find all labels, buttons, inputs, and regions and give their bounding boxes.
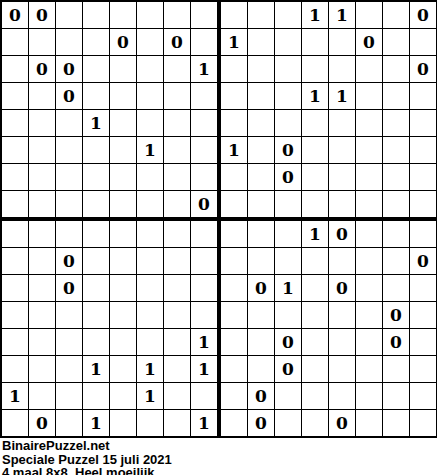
puzzle-page: 0011000100010011111000100000100100111011… — [0, 0, 437, 475]
cell-r4c8[interactable] — [191, 83, 221, 110]
cell-r10c12[interactable] — [302, 248, 329, 275]
cell-r11c11-given: 1 — [275, 275, 302, 302]
cell-r9c13-given: 0 — [329, 221, 356, 248]
cell-r1c4[interactable] — [83, 2, 110, 29]
cell-r3c7[interactable] — [164, 56, 191, 83]
cell-r7c8[interactable] — [191, 164, 221, 191]
cell-r11c14[interactable] — [356, 275, 383, 302]
cell-r6c15[interactable] — [383, 137, 410, 164]
cell-r9c8[interactable] — [191, 221, 221, 248]
cell-r15c11[interactable] — [275, 383, 302, 410]
cell-r6c3[interactable] — [56, 137, 83, 164]
cell-r16c11[interactable] — [275, 410, 302, 436]
cell-r2c14-given: 0 — [356, 29, 383, 56]
cell-r13c5[interactable] — [110, 329, 137, 356]
cell-r4c10[interactable] — [248, 83, 275, 110]
cell-r2c2[interactable] — [29, 29, 56, 56]
cell-r12c10[interactable] — [248, 302, 275, 329]
cell-r3c8-given: 1 — [191, 56, 221, 83]
cell-r1c1-given: 0 — [2, 2, 29, 29]
cell-r3c9[interactable] — [221, 56, 248, 83]
cell-r8c10[interactable] — [248, 191, 275, 221]
cell-r12c9[interactable] — [221, 302, 248, 329]
cell-r14c8-given: 1 — [191, 356, 221, 383]
cell-r12c3[interactable] — [56, 302, 83, 329]
cell-r8c2[interactable] — [29, 191, 56, 221]
cell-r9c2[interactable] — [29, 221, 56, 248]
cell-r9c6[interactable] — [137, 221, 164, 248]
cell-r4c9[interactable] — [221, 83, 248, 110]
cell-r5c9[interactable] — [221, 110, 248, 137]
cell-r7c15[interactable] — [383, 164, 410, 191]
cell-r8c5[interactable] — [110, 191, 137, 221]
cell-r5c12[interactable] — [302, 110, 329, 137]
cell-r8c4[interactable] — [83, 191, 110, 221]
cell-r4c5[interactable] — [110, 83, 137, 110]
cell-r8c8-given: 0 — [191, 191, 221, 221]
cell-r5c6[interactable] — [137, 110, 164, 137]
cell-r3c12[interactable] — [302, 56, 329, 83]
cell-r13c1[interactable] — [2, 329, 29, 356]
cell-r8c9[interactable] — [221, 191, 248, 221]
cell-r1c2-given: 0 — [29, 2, 56, 29]
cell-r2c11[interactable] — [275, 29, 302, 56]
cell-r4c2[interactable] — [29, 83, 56, 110]
cell-r16c4-given: 1 — [83, 410, 110, 436]
cell-r6c5[interactable] — [110, 137, 137, 164]
cell-r11c13-given: 0 — [329, 275, 356, 302]
cell-r9c3[interactable] — [56, 221, 83, 248]
cell-r14c11-given: 0 — [275, 356, 302, 383]
binary-puzzle-board: 0011000100010011111000100000100100111011… — [0, 0, 437, 438]
cell-r16c1[interactable] — [2, 410, 29, 436]
cell-r6c11-given: 0 — [275, 137, 302, 164]
cell-r13c16[interactable] — [410, 329, 436, 356]
cell-r14c4-given: 1 — [83, 356, 110, 383]
cell-r12c7[interactable] — [164, 302, 191, 329]
cell-r1c14[interactable] — [356, 2, 383, 29]
site-name: BinairePuzzel.net — [2, 439, 435, 453]
cell-r8c7[interactable] — [164, 191, 191, 221]
cell-r1c11[interactable] — [275, 2, 302, 29]
cell-r12c6[interactable] — [137, 302, 164, 329]
cell-r2c1[interactable] — [2, 29, 29, 56]
cell-r16c3[interactable] — [56, 410, 83, 436]
cell-r16c9[interactable] — [221, 410, 248, 436]
cell-r2c4[interactable] — [83, 29, 110, 56]
footer: BinairePuzzel.net Speciale Puzzel 15 jul… — [0, 438, 437, 475]
cell-r3c5[interactable] — [110, 56, 137, 83]
cell-r6c16[interactable] — [410, 137, 436, 164]
cell-r10c15[interactable] — [383, 248, 410, 275]
cell-r6c10[interactable] — [248, 137, 275, 164]
cell-r9c12-given: 1 — [302, 221, 329, 248]
cell-r1c15[interactable] — [383, 2, 410, 29]
cell-r4c15[interactable] — [383, 83, 410, 110]
cell-r15c13[interactable] — [329, 383, 356, 410]
cell-r13c12[interactable] — [302, 329, 329, 356]
cell-r15c15[interactable] — [383, 383, 410, 410]
cell-r1c10[interactable] — [248, 2, 275, 29]
cell-r3c10[interactable] — [248, 56, 275, 83]
cell-r5c7[interactable] — [164, 110, 191, 137]
cell-r16c16[interactable] — [410, 410, 436, 436]
cell-r11c1[interactable] — [2, 275, 29, 302]
cell-r14c2[interactable] — [29, 356, 56, 383]
cell-r15c10-given: 0 — [248, 383, 275, 410]
cell-r3c11[interactable] — [275, 56, 302, 83]
puzzle-title: Speciale Puzzel 15 juli 2021 — [2, 453, 435, 467]
cell-r7c10[interactable] — [248, 164, 275, 191]
cell-r13c8-given: 1 — [191, 329, 221, 356]
cell-r9c14[interactable] — [356, 221, 383, 248]
cell-r15c1-given: 1 — [2, 383, 29, 410]
cell-r11c12[interactable] — [302, 275, 329, 302]
cell-r12c14[interactable] — [356, 302, 383, 329]
cell-r2c6[interactable] — [137, 29, 164, 56]
cell-r12c8[interactable] — [191, 302, 221, 329]
cell-r7c4[interactable] — [83, 164, 110, 191]
cell-r12c5[interactable] — [110, 302, 137, 329]
cell-r12c11[interactable] — [275, 302, 302, 329]
cell-r16c8-given: 1 — [191, 410, 221, 436]
cell-r13c6[interactable] — [137, 329, 164, 356]
cell-r14c14[interactable] — [356, 356, 383, 383]
cell-r5c3[interactable] — [56, 110, 83, 137]
cell-r4c16[interactable] — [410, 83, 436, 110]
cell-r11c3-given: 0 — [56, 275, 83, 302]
cell-r4c7[interactable] — [164, 83, 191, 110]
cell-r6c2[interactable] — [29, 137, 56, 164]
cell-r10c11[interactable] — [275, 248, 302, 275]
cell-r3c2-given: 0 — [29, 56, 56, 83]
cell-r7c7[interactable] — [164, 164, 191, 191]
cell-r4c14[interactable] — [356, 83, 383, 110]
cell-r4c1[interactable] — [2, 83, 29, 110]
cell-r3c16-given: 0 — [410, 56, 436, 83]
cell-r9c1[interactable] — [2, 221, 29, 248]
cell-r16c15[interactable] — [383, 410, 410, 436]
cell-r4c11[interactable] — [275, 83, 302, 110]
cell-r2c5-given: 0 — [110, 29, 137, 56]
cell-r12c2[interactable] — [29, 302, 56, 329]
cell-r15c6-given: 1 — [137, 383, 164, 410]
cell-r16c14[interactable] — [356, 410, 383, 436]
cell-r7c5[interactable] — [110, 164, 137, 191]
cell-r3c3-given: 0 — [56, 56, 83, 83]
cell-r11c9[interactable] — [221, 275, 248, 302]
cell-r14c3[interactable] — [56, 356, 83, 383]
cell-r1c6[interactable] — [137, 2, 164, 29]
cell-r14c12[interactable] — [302, 356, 329, 383]
cell-r10c10[interactable] — [248, 248, 275, 275]
cell-r16c5[interactable] — [110, 410, 137, 436]
cell-r7c9[interactable] — [221, 164, 248, 191]
cell-r11c6[interactable] — [137, 275, 164, 302]
cell-r12c4[interactable] — [83, 302, 110, 329]
cell-r1c5[interactable] — [110, 2, 137, 29]
cell-r2c3[interactable] — [56, 29, 83, 56]
cell-r4c4[interactable] — [83, 83, 110, 110]
cell-r3c1[interactable] — [2, 56, 29, 83]
cell-r9c7[interactable] — [164, 221, 191, 248]
cell-r2c15[interactable] — [383, 29, 410, 56]
cell-r14c6-given: 1 — [137, 356, 164, 383]
cell-r3c15[interactable] — [383, 56, 410, 83]
cell-r8c15[interactable] — [383, 191, 410, 221]
cell-r11c16[interactable] — [410, 275, 436, 302]
cell-r2c16[interactable] — [410, 29, 436, 56]
cell-r15c12[interactable] — [302, 383, 329, 410]
cell-r7c1[interactable] — [2, 164, 29, 191]
cell-r5c14[interactable] — [356, 110, 383, 137]
cell-r10c1[interactable] — [2, 248, 29, 275]
cell-r10c13[interactable] — [329, 248, 356, 275]
cell-r16c6[interactable] — [137, 410, 164, 436]
cell-r8c1[interactable] — [2, 191, 29, 221]
cell-r10c3-given: 0 — [56, 248, 83, 275]
cell-r10c2[interactable] — [29, 248, 56, 275]
cell-r16c13-given: 0 — [329, 410, 356, 436]
cell-r13c4[interactable] — [83, 329, 110, 356]
cell-r14c15[interactable] — [383, 356, 410, 383]
cell-r8c6[interactable] — [137, 191, 164, 221]
cell-r16c10-given: 0 — [248, 410, 275, 436]
cell-r5c1[interactable] — [2, 110, 29, 137]
cell-r13c7[interactable] — [164, 329, 191, 356]
cell-r14c9[interactable] — [221, 356, 248, 383]
cell-r15c2[interactable] — [29, 383, 56, 410]
cell-r10c7[interactable] — [164, 248, 191, 275]
cell-r5c11[interactable] — [275, 110, 302, 137]
cell-r3c4[interactable] — [83, 56, 110, 83]
cell-r13c14[interactable] — [356, 329, 383, 356]
cell-r13c13[interactable] — [329, 329, 356, 356]
puzzle-subtitle: 4 maal 8x8, Heel moeilijk — [2, 466, 435, 475]
cell-r4c3-given: 0 — [56, 83, 83, 110]
cell-r15c7[interactable] — [164, 383, 191, 410]
cell-r14c13[interactable] — [329, 356, 356, 383]
cell-r10c6[interactable] — [137, 248, 164, 275]
cell-r6c4[interactable] — [83, 137, 110, 164]
cell-r2c12[interactable] — [302, 29, 329, 56]
cell-r9c5[interactable] — [110, 221, 137, 248]
cell-r7c11-given: 0 — [275, 164, 302, 191]
cell-r16c7[interactable] — [164, 410, 191, 436]
cell-r10c9[interactable] — [221, 248, 248, 275]
cell-r11c2[interactable] — [29, 275, 56, 302]
cell-r2c8[interactable] — [191, 29, 221, 56]
cell-r1c3[interactable] — [56, 2, 83, 29]
cell-r12c16[interactable] — [410, 302, 436, 329]
cell-r11c10-given: 0 — [248, 275, 275, 302]
cell-r5c16[interactable] — [410, 110, 436, 137]
cell-r1c9[interactable] — [221, 2, 248, 29]
cell-r12c15-given: 0 — [383, 302, 410, 329]
cell-r8c3[interactable] — [56, 191, 83, 221]
cell-r2c9-given: 1 — [221, 29, 248, 56]
cell-r7c12[interactable] — [302, 164, 329, 191]
cell-r5c13[interactable] — [329, 110, 356, 137]
cell-r10c8[interactable] — [191, 248, 221, 275]
cell-r10c16-given: 0 — [410, 248, 436, 275]
cell-r11c5[interactable] — [110, 275, 137, 302]
cell-r13c9[interactable] — [221, 329, 248, 356]
cell-r14c1[interactable] — [2, 356, 29, 383]
cell-r11c4[interactable] — [83, 275, 110, 302]
cell-r5c10[interactable] — [248, 110, 275, 137]
cell-r7c13[interactable] — [329, 164, 356, 191]
cell-r9c11[interactable] — [275, 221, 302, 248]
cell-r4c6[interactable] — [137, 83, 164, 110]
cell-r7c3[interactable] — [56, 164, 83, 191]
cell-r13c10[interactable] — [248, 329, 275, 356]
cell-r15c3[interactable] — [56, 383, 83, 410]
cell-r5c8[interactable] — [191, 110, 221, 137]
cell-r15c9[interactable] — [221, 383, 248, 410]
cell-r12c13[interactable] — [329, 302, 356, 329]
cell-r12c1[interactable] — [2, 302, 29, 329]
cell-r14c16[interactable] — [410, 356, 436, 383]
cell-r5c2[interactable] — [29, 110, 56, 137]
cell-r6c8[interactable] — [191, 137, 221, 164]
cell-r15c8[interactable] — [191, 383, 221, 410]
cell-r16c2-given: 0 — [29, 410, 56, 436]
cell-r14c10[interactable] — [248, 356, 275, 383]
cell-r5c4-given: 1 — [83, 110, 110, 137]
cell-r6c7[interactable] — [164, 137, 191, 164]
cell-r1c8[interactable] — [191, 2, 221, 29]
cell-r13c2[interactable] — [29, 329, 56, 356]
cell-r15c16[interactable] — [410, 383, 436, 410]
cell-r2c13[interactable] — [329, 29, 356, 56]
cell-r9c4[interactable] — [83, 221, 110, 248]
cell-r9c10[interactable] — [248, 221, 275, 248]
cell-r13c15-given: 0 — [383, 329, 410, 356]
cell-r9c9[interactable] — [221, 221, 248, 248]
cell-r6c14[interactable] — [356, 137, 383, 164]
cell-r5c15[interactable] — [383, 110, 410, 137]
cell-r3c6[interactable] — [137, 56, 164, 83]
cell-r10c5[interactable] — [110, 248, 137, 275]
cell-r15c5[interactable] — [110, 383, 137, 410]
cell-r7c6[interactable] — [137, 164, 164, 191]
cell-r14c5[interactable] — [110, 356, 137, 383]
cell-r6c6-given: 1 — [137, 137, 164, 164]
cell-r8c13[interactable] — [329, 191, 356, 221]
cell-r1c13-given: 1 — [329, 2, 356, 29]
cell-r6c1[interactable] — [2, 137, 29, 164]
cell-r3c14[interactable] — [356, 56, 383, 83]
cell-r11c7[interactable] — [164, 275, 191, 302]
cell-r6c12[interactable] — [302, 137, 329, 164]
cell-r7c2[interactable] — [29, 164, 56, 191]
cell-r11c8[interactable] — [191, 275, 221, 302]
cell-r2c7-given: 0 — [164, 29, 191, 56]
cell-r10c14[interactable] — [356, 248, 383, 275]
cell-r10c4[interactable] — [83, 248, 110, 275]
cell-r15c14[interactable] — [356, 383, 383, 410]
cell-r8c14[interactable] — [356, 191, 383, 221]
cell-r12c12[interactable] — [302, 302, 329, 329]
cell-r11c15[interactable] — [383, 275, 410, 302]
cell-r13c11-given: 0 — [275, 329, 302, 356]
cell-r13c3[interactable] — [56, 329, 83, 356]
cell-r9c16[interactable] — [410, 221, 436, 248]
cell-r4c13-given: 1 — [329, 83, 356, 110]
cell-r14c7[interactable] — [164, 356, 191, 383]
cell-r8c11[interactable] — [275, 191, 302, 221]
cell-r1c16-given: 0 — [410, 2, 436, 29]
cell-r1c7[interactable] — [164, 2, 191, 29]
cell-r6c13[interactable] — [329, 137, 356, 164]
cell-r1c12-given: 1 — [302, 2, 329, 29]
cell-r8c16[interactable] — [410, 191, 436, 221]
cell-r7c16[interactable] — [410, 164, 436, 191]
cell-r15c4[interactable] — [83, 383, 110, 410]
cell-r16c12[interactable] — [302, 410, 329, 436]
cell-r6c9-given: 1 — [221, 137, 248, 164]
cell-r4c12-given: 1 — [302, 83, 329, 110]
cell-r8c12[interactable] — [302, 191, 329, 221]
cell-r3c13[interactable] — [329, 56, 356, 83]
cell-r7c14[interactable] — [356, 164, 383, 191]
cell-r9c15[interactable] — [383, 221, 410, 248]
cell-r2c10[interactable] — [248, 29, 275, 56]
cell-r5c5[interactable] — [110, 110, 137, 137]
